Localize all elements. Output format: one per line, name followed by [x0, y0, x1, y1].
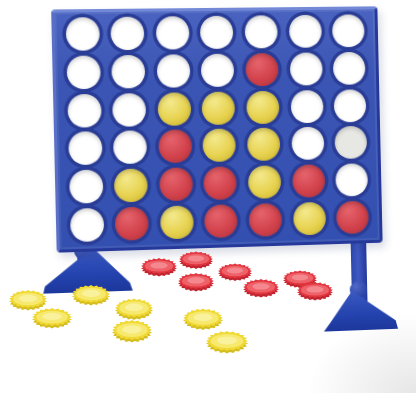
loose-yellow-disc[interactable]	[183, 309, 223, 330]
loose-red-disc[interactable]	[243, 279, 279, 297]
loose-red-disc[interactable]	[141, 258, 177, 276]
connect-four-scene	[0, 0, 416, 393]
loose-yellow-disc[interactable]	[72, 285, 110, 305]
loose-yellow-disc[interactable]	[9, 290, 47, 310]
loose-red-disc[interactable]	[218, 264, 252, 281]
loose-pieces-layer	[0, 0, 416, 393]
loose-yellow-disc[interactable]	[206, 331, 248, 353]
loose-yellow-disc[interactable]	[112, 320, 152, 342]
loose-yellow-disc[interactable]	[32, 308, 72, 328]
loose-yellow-disc[interactable]	[115, 299, 153, 320]
loose-red-disc[interactable]	[178, 273, 214, 291]
loose-red-disc[interactable]	[179, 252, 213, 269]
